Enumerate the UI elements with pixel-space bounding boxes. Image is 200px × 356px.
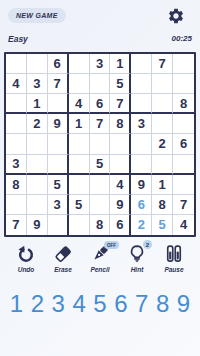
cell-r7c7[interactable]: 9 xyxy=(131,175,152,195)
sudoku-app: NEW GAME Easy 00:25 63174375146782917832… xyxy=(0,0,200,356)
cell-r7c6[interactable]: 4 xyxy=(110,175,131,195)
cell-r3c8[interactable] xyxy=(152,94,173,114)
cell-r3c5[interactable]: 6 xyxy=(90,94,111,114)
cell-r2c9[interactable] xyxy=(173,74,194,94)
cell-r3c3[interactable] xyxy=(48,94,69,114)
cell-r6c4[interactable] xyxy=(69,155,90,175)
cell-r5c9[interactable]: 6 xyxy=(173,134,194,154)
cell-r9c9[interactable]: 4 xyxy=(173,215,194,235)
cell-r7c5[interactable] xyxy=(90,175,111,195)
cell-r9c7[interactable]: 2 xyxy=(131,215,152,235)
cell-r5c1[interactable] xyxy=(6,134,27,154)
cell-r4c4[interactable]: 1 xyxy=(69,114,90,134)
cell-r4c8[interactable] xyxy=(152,114,173,134)
cell-r7c2[interactable] xyxy=(27,175,48,195)
cell-r8c2[interactable] xyxy=(27,195,48,215)
numpad-key-6[interactable]: 6 xyxy=(112,288,129,320)
timer: 00:25 xyxy=(172,34,192,43)
cell-r6c5[interactable]: 5 xyxy=(90,155,111,175)
cell-r6c7[interactable] xyxy=(131,155,152,175)
difficulty-label: Easy xyxy=(8,34,28,44)
cell-r3c7[interactable] xyxy=(131,94,152,114)
numpad-key-8[interactable]: 8 xyxy=(154,288,171,320)
numpad-key-9[interactable]: 9 xyxy=(175,288,192,320)
pause-button[interactable]: Pause xyxy=(157,243,191,277)
erase-button[interactable]: Erase xyxy=(46,243,80,277)
undo-label: Undo xyxy=(18,266,35,273)
cell-r6c1[interactable]: 3 xyxy=(6,155,27,175)
cell-r2c5[interactable] xyxy=(90,74,111,94)
cell-r2c8[interactable] xyxy=(152,74,173,94)
cell-r4c7[interactable]: 3 xyxy=(131,114,152,134)
cell-r3c2[interactable]: 1 xyxy=(27,94,48,114)
pause-label: Pause xyxy=(164,266,183,273)
hint-count-badge: 2 xyxy=(143,240,152,249)
undo-button[interactable]: Undo xyxy=(9,243,43,277)
cell-r8c7[interactable]: 6 xyxy=(131,195,152,215)
pause-icon xyxy=(164,243,184,265)
eraser-icon xyxy=(53,243,73,265)
cell-r9c2[interactable]: 9 xyxy=(27,215,48,235)
cell-r6c8[interactable] xyxy=(152,155,173,175)
cell-r7c1[interactable]: 8 xyxy=(6,175,27,195)
cell-r1c8[interactable]: 7 xyxy=(152,54,173,74)
cell-r1c2[interactable] xyxy=(27,54,48,74)
cell-r7c8[interactable]: 1 xyxy=(152,175,173,195)
cell-r2c1[interactable]: 4 xyxy=(6,74,27,94)
cell-r8c1[interactable] xyxy=(6,195,27,215)
cell-r5c2[interactable] xyxy=(27,134,48,154)
numpad-key-3[interactable]: 3 xyxy=(50,288,67,320)
cell-r5c4[interactable] xyxy=(69,134,90,154)
cell-r1c9[interactable] xyxy=(173,54,194,74)
cell-r4c3[interactable]: 9 xyxy=(48,114,69,134)
toolbar: Undo Erase OFF xyxy=(0,243,200,277)
cell-r3c4[interactable]: 4 xyxy=(69,94,90,114)
cell-r9c3[interactable] xyxy=(48,215,69,235)
cell-r1c3[interactable]: 6 xyxy=(48,54,69,74)
hint-label: Hint xyxy=(131,266,144,273)
cell-r4c1[interactable] xyxy=(6,114,27,134)
pencil-mode-badge: OFF xyxy=(104,241,119,249)
cell-r3c6[interactable]: 7 xyxy=(110,94,131,114)
cell-r8c6[interactable]: 9 xyxy=(110,195,131,215)
hint-button[interactable]: 2 Hint xyxy=(120,243,154,277)
cell-r4c5[interactable]: 7 xyxy=(90,114,111,134)
cell-r6c6[interactable] xyxy=(110,155,131,175)
cell-r1c6[interactable]: 1 xyxy=(110,54,131,74)
settings-gear-icon[interactable] xyxy=(167,7,185,25)
erase-label: Erase xyxy=(54,266,72,273)
cell-r8c9[interactable]: 7 xyxy=(173,195,194,215)
cell-r1c5[interactable]: 3 xyxy=(90,54,111,74)
numpad-key-7[interactable]: 7 xyxy=(133,288,150,320)
cell-r1c4[interactable] xyxy=(69,54,90,74)
cell-r6c3[interactable] xyxy=(48,155,69,175)
cell-r2c4[interactable] xyxy=(69,74,90,94)
cell-r7c4[interactable] xyxy=(69,175,90,195)
cell-r8c4[interactable]: 5 xyxy=(69,195,90,215)
cell-r1c1[interactable] xyxy=(6,54,27,74)
cell-r2c3[interactable]: 7 xyxy=(48,74,69,94)
cell-r8c5[interactable] xyxy=(90,195,111,215)
pencil-label: Pencil xyxy=(90,266,109,273)
new-game-button[interactable]: NEW GAME xyxy=(8,8,66,23)
cell-r3c9[interactable]: 8 xyxy=(173,94,194,114)
cell-r7c9[interactable] xyxy=(173,175,194,195)
cell-r4c2[interactable]: 2 xyxy=(27,114,48,134)
cell-r7c3[interactable]: 5 xyxy=(48,175,69,195)
cell-r9c1[interactable]: 7 xyxy=(6,215,27,235)
cell-r6c9[interactable] xyxy=(173,155,194,175)
undo-icon xyxy=(16,243,36,265)
cell-r2c7[interactable] xyxy=(131,74,152,94)
cell-r9c5[interactable]: 8 xyxy=(90,215,111,235)
cell-r8c8[interactable]: 8 xyxy=(152,195,173,215)
cell-r5c7[interactable] xyxy=(131,134,152,154)
numpad-key-1[interactable]: 1 xyxy=(8,288,25,320)
cell-r9c4[interactable] xyxy=(69,215,90,235)
cell-r3c1[interactable] xyxy=(6,94,27,114)
cell-r1c7[interactable] xyxy=(131,54,152,74)
numpad-key-4[interactable]: 4 xyxy=(71,288,88,320)
cell-r9c6[interactable]: 6 xyxy=(110,215,131,235)
pencil-button[interactable]: OFF Pencil xyxy=(83,243,117,277)
cell-r8c3[interactable]: 3 xyxy=(48,195,69,215)
cell-r2c2[interactable]: 3 xyxy=(27,74,48,94)
cell-r2c6[interactable]: 5 xyxy=(110,74,131,94)
sudoku-board: 6317437514678291783263585491359687798625… xyxy=(4,52,196,237)
cell-r6c2[interactable] xyxy=(27,155,48,175)
numpad-key-5[interactable]: 5 xyxy=(92,288,109,320)
cell-r4c9[interactable] xyxy=(173,114,194,134)
cell-r5c8[interactable]: 2 xyxy=(152,134,173,154)
cell-r9c8[interactable]: 5 xyxy=(152,215,173,235)
cell-r5c3[interactable] xyxy=(48,134,69,154)
cell-r4c6[interactable]: 8 xyxy=(110,114,131,134)
number-pad: 1 2 3 4 5 6 7 8 9 xyxy=(0,288,200,320)
cell-r5c6[interactable] xyxy=(110,134,131,154)
cell-r5c5[interactable] xyxy=(90,134,111,154)
numpad-key-2[interactable]: 2 xyxy=(29,288,46,320)
